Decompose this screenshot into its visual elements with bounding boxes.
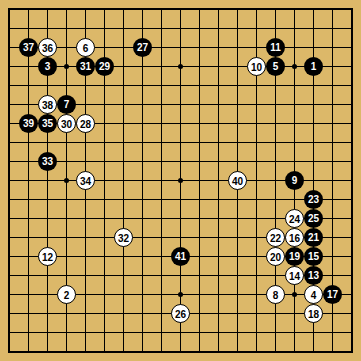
star-point bbox=[178, 292, 183, 297]
star-point bbox=[178, 178, 183, 183]
star-point bbox=[292, 64, 297, 69]
stone-white-18[interactable]: 18 bbox=[304, 304, 323, 323]
stone-black-33[interactable]: 33 bbox=[38, 152, 57, 171]
stone-white-8[interactable]: 8 bbox=[266, 285, 285, 304]
stone-black-7[interactable]: 7 bbox=[57, 95, 76, 114]
star-point bbox=[292, 292, 297, 297]
stone-white-6[interactable]: 6 bbox=[76, 38, 95, 57]
stone-black-9[interactable]: 9 bbox=[285, 171, 304, 190]
star-point bbox=[64, 64, 69, 69]
stone-black-39[interactable]: 39 bbox=[19, 114, 38, 133]
stone-white-14[interactable]: 14 bbox=[285, 266, 304, 285]
stone-white-36[interactable]: 36 bbox=[38, 38, 57, 57]
stone-black-17[interactable]: 17 bbox=[323, 285, 342, 304]
stone-white-22[interactable]: 22 bbox=[266, 228, 285, 247]
stone-white-12[interactable]: 12 bbox=[38, 247, 57, 266]
go-board[interactable]: 1234567891011121314151617181920212223242… bbox=[0, 0, 361, 361]
stone-black-15[interactable]: 15 bbox=[304, 247, 323, 266]
star-point bbox=[178, 64, 183, 69]
stone-black-5[interactable]: 5 bbox=[266, 57, 285, 76]
stone-black-41[interactable]: 41 bbox=[171, 247, 190, 266]
stone-white-20[interactable]: 20 bbox=[266, 247, 285, 266]
stone-white-32[interactable]: 32 bbox=[114, 228, 133, 247]
stone-white-26[interactable]: 26 bbox=[171, 304, 190, 323]
stone-white-30[interactable]: 30 bbox=[57, 114, 76, 133]
stone-white-40[interactable]: 40 bbox=[228, 171, 247, 190]
star-point bbox=[64, 178, 69, 183]
stone-black-21[interactable]: 21 bbox=[304, 228, 323, 247]
stone-white-24[interactable]: 24 bbox=[285, 209, 304, 228]
stone-black-37[interactable]: 37 bbox=[19, 38, 38, 57]
stone-white-16[interactable]: 16 bbox=[285, 228, 304, 247]
stone-black-27[interactable]: 27 bbox=[133, 38, 152, 57]
stone-white-34[interactable]: 34 bbox=[76, 171, 95, 190]
stone-black-3[interactable]: 3 bbox=[38, 57, 57, 76]
stone-white-4[interactable]: 4 bbox=[304, 285, 323, 304]
stone-black-1[interactable]: 1 bbox=[304, 57, 323, 76]
stone-white-10[interactable]: 10 bbox=[247, 57, 266, 76]
stone-white-2[interactable]: 2 bbox=[57, 285, 76, 304]
stone-black-31[interactable]: 31 bbox=[76, 57, 95, 76]
stone-black-29[interactable]: 29 bbox=[95, 57, 114, 76]
stone-black-11[interactable]: 11 bbox=[266, 38, 285, 57]
stone-black-13[interactable]: 13 bbox=[304, 266, 323, 285]
stone-white-28[interactable]: 28 bbox=[76, 114, 95, 133]
stone-white-38[interactable]: 38 bbox=[38, 95, 57, 114]
stone-black-35[interactable]: 35 bbox=[38, 114, 57, 133]
stone-black-23[interactable]: 23 bbox=[304, 190, 323, 209]
stone-black-19[interactable]: 19 bbox=[285, 247, 304, 266]
stone-black-25[interactable]: 25 bbox=[304, 209, 323, 228]
